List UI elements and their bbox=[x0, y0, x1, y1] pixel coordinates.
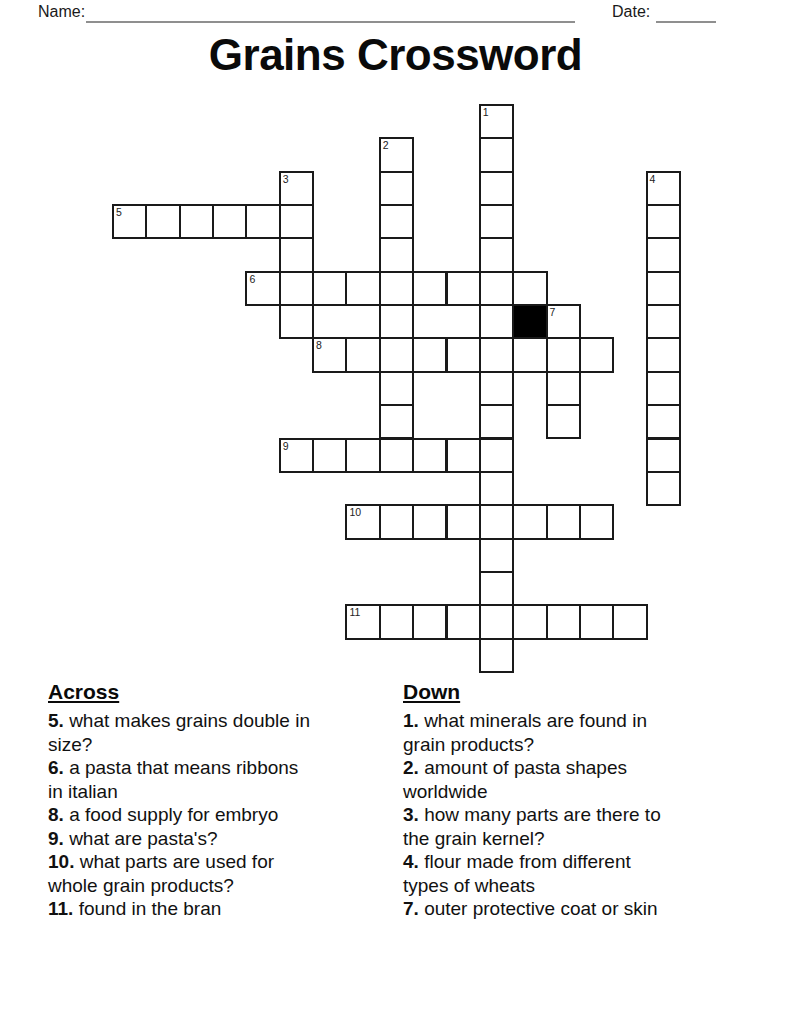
clue-text: a pasta that means ribbons in italian bbox=[48, 757, 298, 802]
grid-cell[interactable] bbox=[312, 438, 347, 473]
clue-text: outer protective coat or skin bbox=[424, 898, 657, 919]
grid-cell[interactable] bbox=[379, 237, 414, 272]
clue-item: 5. what makes grains double in size? bbox=[48, 709, 393, 756]
cell-number: 7 bbox=[550, 306, 556, 318]
grid-cell[interactable] bbox=[479, 504, 514, 539]
date-label: Date: bbox=[612, 3, 650, 21]
grid-cell[interactable] bbox=[479, 604, 514, 639]
clue-item: 2. amount of pasta shapes worldwide bbox=[403, 756, 788, 803]
grid-cell[interactable] bbox=[646, 371, 681, 406]
grid-cell[interactable] bbox=[546, 371, 581, 406]
grid-cell[interactable] bbox=[512, 337, 547, 372]
grid-cell[interactable]: 6 bbox=[245, 271, 280, 306]
clue-number: 2. bbox=[403, 757, 419, 778]
grid-cell[interactable]: 8 bbox=[312, 337, 347, 372]
across-clue-list: 5. what makes grains double in size?6. a… bbox=[48, 709, 393, 921]
clue-number: 10. bbox=[48, 851, 74, 872]
black-cell bbox=[512, 304, 547, 339]
clue-text: what are pasta's? bbox=[69, 828, 217, 849]
grid-cell[interactable] bbox=[179, 204, 214, 239]
grid-cell[interactable] bbox=[479, 471, 514, 506]
clue-text: what makes grains double in size? bbox=[48, 710, 310, 755]
grid-cell[interactable] bbox=[646, 237, 681, 272]
grid-cell[interactable] bbox=[546, 504, 581, 539]
clue-item: 10. what parts are used for whole grain … bbox=[48, 850, 393, 897]
grid-cell[interactable] bbox=[412, 438, 447, 473]
grid-cell[interactable] bbox=[512, 504, 547, 539]
clue-item: 6. a pasta that means ribbons in italian bbox=[48, 756, 393, 803]
grid-cell[interactable] bbox=[479, 304, 514, 339]
clue-number: 7. bbox=[403, 898, 419, 919]
grid-cell[interactable] bbox=[379, 337, 414, 372]
grid-cell[interactable] bbox=[479, 271, 514, 306]
grid-cell[interactable] bbox=[512, 271, 547, 306]
grid-cell[interactable] bbox=[479, 337, 514, 372]
grid-cell[interactable] bbox=[379, 371, 414, 406]
grid-cell[interactable] bbox=[579, 337, 614, 372]
grid-cell[interactable] bbox=[212, 204, 247, 239]
grid-cell[interactable] bbox=[646, 204, 681, 239]
grid-cell[interactable]: 5 bbox=[112, 204, 147, 239]
grid-cell[interactable] bbox=[646, 337, 681, 372]
grid-cell[interactable]: 4 bbox=[646, 171, 681, 206]
grid-cell[interactable] bbox=[446, 504, 481, 539]
grid-cell[interactable]: 1 bbox=[479, 104, 514, 139]
clue-number: 6. bbox=[48, 757, 64, 778]
grid-cell[interactable] bbox=[379, 604, 414, 639]
grid-cell[interactable]: 10 bbox=[345, 504, 380, 539]
clue-item: 8. a food supply for embryo bbox=[48, 803, 393, 827]
down-clues-section: Down 1. what minerals are found in grain… bbox=[403, 680, 788, 921]
grid-cell[interactable] bbox=[646, 438, 681, 473]
grid-cell[interactable] bbox=[412, 504, 447, 539]
grid-cell[interactable] bbox=[479, 371, 514, 406]
clue-item: 1. what minerals are found in grain prod… bbox=[403, 709, 788, 756]
grid-cell[interactable] bbox=[479, 538, 514, 573]
name-label: Name: bbox=[38, 3, 85, 21]
grid-cell[interactable] bbox=[379, 404, 414, 439]
clue-text: found in the bran bbox=[79, 898, 222, 919]
grid-cell[interactable] bbox=[546, 337, 581, 372]
grid-cell[interactable] bbox=[546, 404, 581, 439]
grid-cell[interactable] bbox=[279, 237, 314, 272]
grid-cell[interactable] bbox=[379, 438, 414, 473]
clue-number: 11. bbox=[48, 898, 73, 919]
cell-number: 6 bbox=[249, 273, 255, 285]
clue-item: 9. what are pasta's? bbox=[48, 827, 393, 851]
grid-cell[interactable] bbox=[479, 638, 514, 673]
cell-number: 3 bbox=[283, 173, 289, 185]
cell-number: 9 bbox=[283, 440, 289, 452]
grid-cell[interactable]: 2 bbox=[379, 137, 414, 172]
cell-number: 8 bbox=[316, 339, 322, 351]
grid-cell[interactable] bbox=[646, 404, 681, 439]
clue-text: flour made from different types of wheat… bbox=[403, 851, 631, 896]
cell-number: 5 bbox=[116, 206, 122, 218]
grid-cell[interactable] bbox=[579, 504, 614, 539]
clue-text: how many parts are there to the grain ke… bbox=[403, 804, 661, 849]
grid-cell[interactable] bbox=[245, 204, 280, 239]
across-header: Across bbox=[48, 680, 393, 704]
clue-number: 8. bbox=[48, 804, 64, 825]
clue-number: 9. bbox=[48, 828, 64, 849]
grid-cell[interactable] bbox=[379, 304, 414, 339]
clue-number: 4. bbox=[403, 851, 419, 872]
grid-cell[interactable] bbox=[479, 237, 514, 272]
grid-cell[interactable] bbox=[279, 304, 314, 339]
grid-cell[interactable] bbox=[412, 271, 447, 306]
clue-text: a food supply for embryo bbox=[69, 804, 278, 825]
name-fill-line[interactable] bbox=[86, 21, 575, 23]
cell-number: 2 bbox=[383, 139, 389, 151]
clue-number: 5. bbox=[48, 710, 64, 731]
grid-cell[interactable] bbox=[446, 438, 481, 473]
grid-cell[interactable] bbox=[345, 438, 380, 473]
clue-number: 1. bbox=[403, 710, 419, 731]
down-clue-list: 1. what minerals are found in grain prod… bbox=[403, 709, 788, 921]
grid-cell[interactable] bbox=[446, 337, 481, 372]
down-header: Down bbox=[403, 680, 788, 704]
grid-cell[interactable]: 3 bbox=[279, 171, 314, 206]
date-fill-line[interactable] bbox=[656, 21, 716, 23]
grid-cell[interactable] bbox=[379, 271, 414, 306]
crossword-grid: 1234567891011 bbox=[113, 105, 680, 672]
across-clues-section: Across 5. what makes grains double in si… bbox=[48, 680, 393, 921]
grid-cell[interactable] bbox=[379, 171, 414, 206]
grid-cell[interactable] bbox=[412, 604, 447, 639]
cell-number: 11 bbox=[349, 606, 360, 618]
cell-number: 10 bbox=[349, 506, 361, 518]
page-title: Grains Crossword bbox=[0, 30, 791, 80]
grid-cell[interactable] bbox=[479, 438, 514, 473]
grid-cell[interactable] bbox=[379, 204, 414, 239]
grid-cell[interactable] bbox=[479, 171, 514, 206]
grid-cell[interactable] bbox=[512, 604, 547, 639]
grid-cell[interactable] bbox=[145, 204, 180, 239]
grid-cell[interactable] bbox=[646, 271, 681, 306]
grid-cell[interactable] bbox=[379, 504, 414, 539]
clue-item: 11. found in the bran bbox=[48, 897, 393, 921]
clue-text: what parts are used for whole grain prod… bbox=[48, 851, 274, 896]
cell-number: 4 bbox=[650, 173, 656, 185]
grid-cell[interactable]: 7 bbox=[546, 304, 581, 339]
grid-cell[interactable] bbox=[579, 604, 614, 639]
grid-cell[interactable] bbox=[345, 337, 380, 372]
grid-cell[interactable] bbox=[279, 204, 314, 239]
clue-text: amount of pasta shapes worldwide bbox=[403, 757, 627, 802]
cell-number: 1 bbox=[483, 106, 489, 118]
grid-cell[interactable] bbox=[345, 271, 380, 306]
grid-cell[interactable] bbox=[446, 271, 481, 306]
grid-cell[interactable] bbox=[446, 604, 481, 639]
grid-cell[interactable] bbox=[479, 137, 514, 172]
grid-cell[interactable] bbox=[479, 404, 514, 439]
grid-cell[interactable] bbox=[312, 271, 347, 306]
grid-cell[interactable]: 11 bbox=[345, 604, 380, 639]
grid-cell[interactable] bbox=[646, 304, 681, 339]
clue-item: 4. flour made from different types of wh… bbox=[403, 850, 788, 897]
grid-cell[interactable] bbox=[646, 471, 681, 506]
grid-cell[interactable] bbox=[479, 204, 514, 239]
grid-cell[interactable] bbox=[412, 337, 447, 372]
grid-cell[interactable] bbox=[479, 571, 514, 606]
clue-item: 3. how many parts are there to the grain… bbox=[403, 803, 788, 850]
grid-cell[interactable]: 9 bbox=[279, 438, 314, 473]
grid-cell[interactable] bbox=[546, 604, 581, 639]
clue-text: what minerals are found in grain product… bbox=[403, 710, 647, 755]
grid-cell[interactable] bbox=[279, 271, 314, 306]
grid-cell[interactable] bbox=[612, 604, 647, 639]
clue-item: 7. outer protective coat or skin bbox=[403, 897, 788, 921]
clue-number: 3. bbox=[403, 804, 419, 825]
